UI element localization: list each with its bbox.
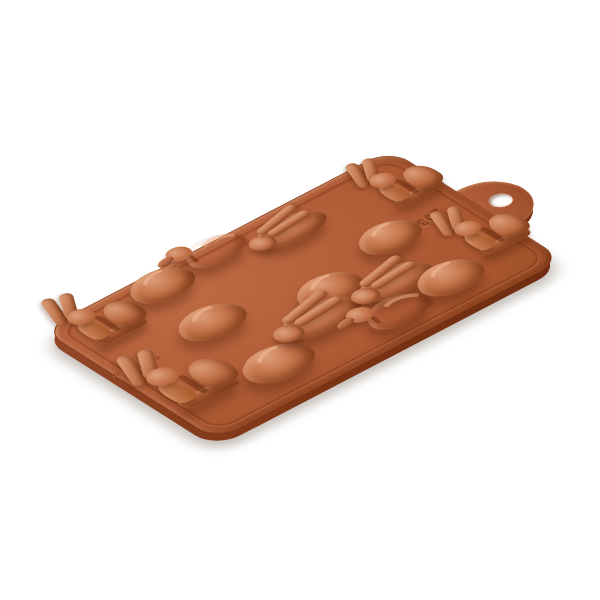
product-photo: 203 o|l|cso bbox=[0, 0, 600, 600]
hang-hole bbox=[484, 191, 518, 210]
mold-tray: 203 o|l|cso bbox=[42, 150, 560, 440]
